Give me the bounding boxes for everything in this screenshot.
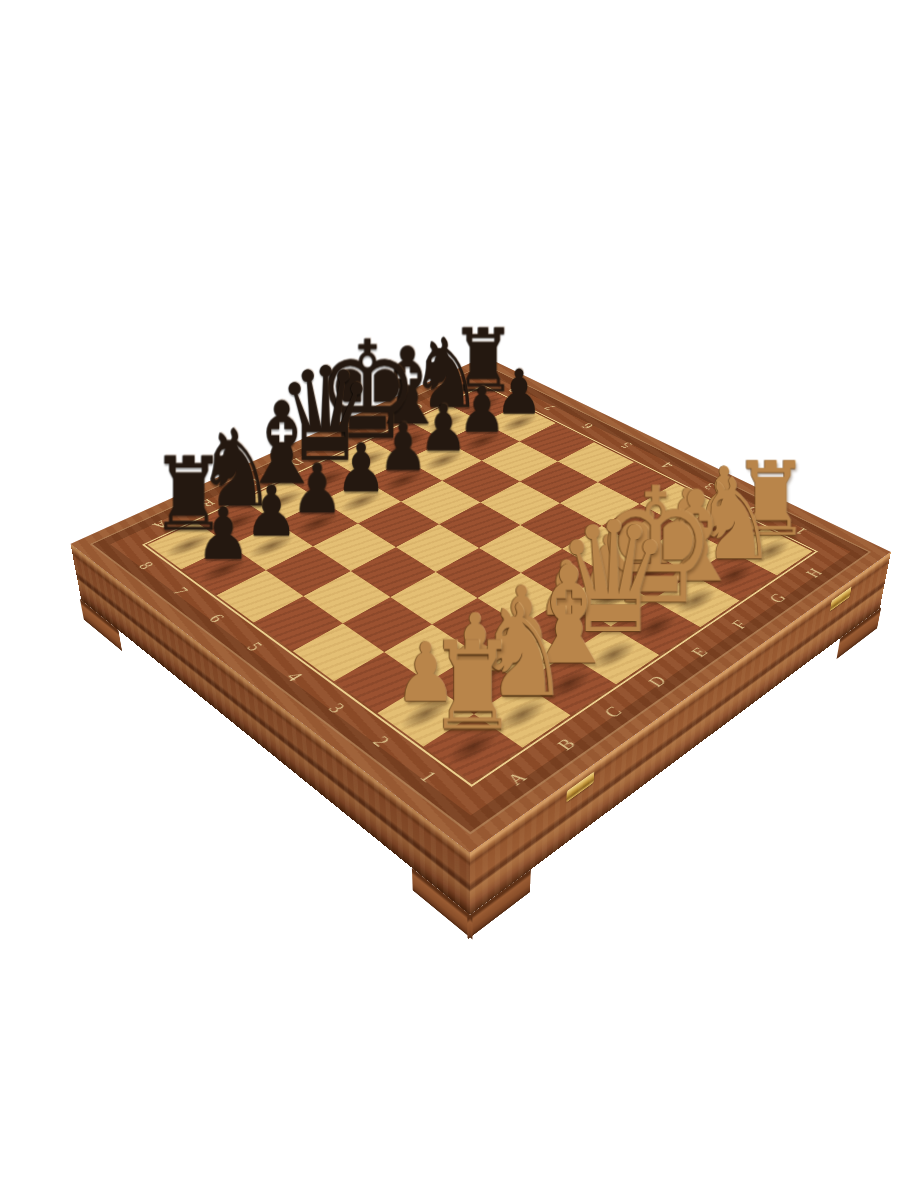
board-top: ABCDEFGH ABCDEFGH 87654321 87654321 ♜♞♟♝… (70, 357, 890, 853)
box-foot (412, 868, 473, 940)
box-foot (467, 869, 531, 939)
chess-box: ABCDEFGH ABCDEFGH 87654321 87654321 ♜♞♟♝… (70, 357, 890, 853)
white-rook-glyph: ♜ (427, 626, 519, 748)
box-foot (80, 599, 122, 652)
black-pawn-glyph: ♟ (196, 498, 250, 570)
box-foot (837, 607, 882, 659)
photo-background: ABCDEFGH ABCDEFGH 87654321 87654321 ♜♞♟♝… (0, 0, 900, 1200)
